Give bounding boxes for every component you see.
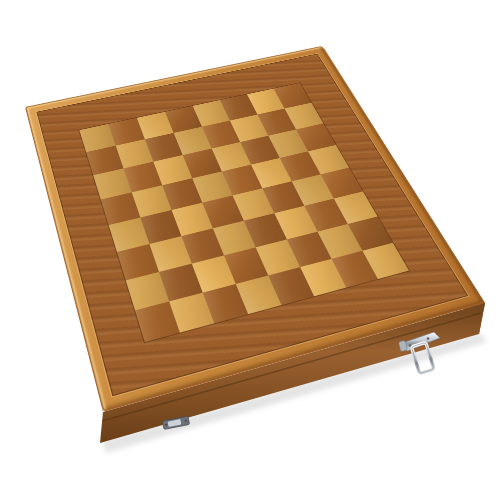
product-photo — [0, 0, 500, 500]
chess-board-grid — [79, 83, 409, 342]
